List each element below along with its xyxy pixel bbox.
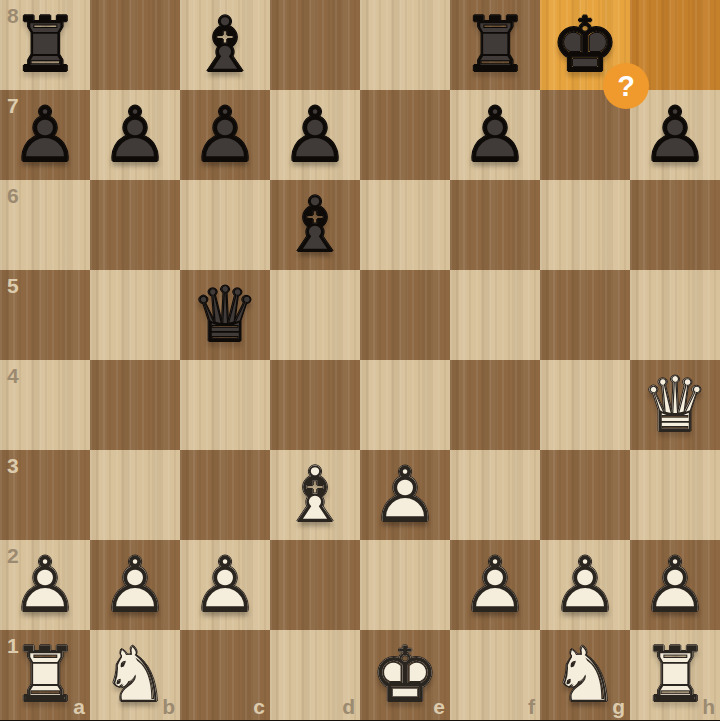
- square-e1[interactable]: e♚♔: [360, 630, 450, 720]
- mistake-badge: ?: [603, 63, 649, 109]
- piece-glyph-outline: ♗: [270, 180, 360, 270]
- white-bishop[interactable]: ♝♗: [270, 450, 360, 540]
- white-pawn[interactable]: ♟♙: [0, 540, 90, 630]
- piece-glyph-outline: ♗: [270, 450, 360, 540]
- square-h7[interactable]: ♟♙: [630, 90, 720, 180]
- square-e8[interactable]: [360, 0, 450, 90]
- piece-glyph-outline: ♖: [630, 630, 720, 720]
- piece-glyph-outline: ♙: [90, 90, 180, 180]
- square-a1[interactable]: 1a♜♖: [0, 630, 90, 720]
- square-f5[interactable]: [450, 270, 540, 360]
- black-bishop[interactable]: ♝♗: [270, 180, 360, 270]
- square-a5[interactable]: 5: [0, 270, 90, 360]
- piece-glyph-fill: ♟: [0, 90, 90, 180]
- square-c6[interactable]: [180, 180, 270, 270]
- square-b4[interactable]: [90, 360, 180, 450]
- square-f6[interactable]: [450, 180, 540, 270]
- piece-glyph-outline: ♙: [630, 90, 720, 180]
- square-e4[interactable]: [360, 360, 450, 450]
- square-h3[interactable]: [630, 450, 720, 540]
- black-pawn[interactable]: ♟♙: [90, 90, 180, 180]
- piece-glyph-fill: ♜: [450, 0, 540, 90]
- square-b3[interactable]: [90, 450, 180, 540]
- square-d3[interactable]: ♝♗: [270, 450, 360, 540]
- piece-glyph-fill: ♞: [540, 630, 630, 720]
- piece-glyph-outline: ♖: [0, 0, 90, 90]
- piece-glyph-fill: ♟: [630, 90, 720, 180]
- piece-glyph-outline: ♙: [360, 450, 450, 540]
- square-g4[interactable]: [540, 360, 630, 450]
- square-h5[interactable]: [630, 270, 720, 360]
- question-mark-icon: ?: [617, 72, 635, 101]
- file-label-d: d: [342, 696, 355, 717]
- black-pawn[interactable]: ♟♙: [0, 90, 90, 180]
- square-d5[interactable]: [270, 270, 360, 360]
- square-g1[interactable]: g♞♘: [540, 630, 630, 720]
- square-d8[interactable]: [270, 0, 360, 90]
- square-g5[interactable]: [540, 270, 630, 360]
- white-king[interactable]: ♚♔: [360, 630, 450, 720]
- black-pawn[interactable]: ♟♙: [450, 90, 540, 180]
- piece-glyph-fill: ♟: [630, 540, 720, 630]
- piece-glyph-fill: ♟: [90, 540, 180, 630]
- piece-glyph-fill: ♛: [180, 270, 270, 360]
- piece-glyph-fill: ♟: [270, 90, 360, 180]
- square-c5[interactable]: ♛♕: [180, 270, 270, 360]
- square-f1[interactable]: f: [450, 630, 540, 720]
- piece-glyph-fill: ♟: [540, 540, 630, 630]
- piece-glyph-outline: ♙: [630, 540, 720, 630]
- white-knight[interactable]: ♞♘: [540, 630, 630, 720]
- square-b6[interactable]: [90, 180, 180, 270]
- square-a3[interactable]: 3: [0, 450, 90, 540]
- piece-glyph-outline: ♔: [360, 630, 450, 720]
- piece-glyph-outline: ♗: [180, 0, 270, 90]
- piece-glyph-outline: ♙: [270, 90, 360, 180]
- square-b8[interactable]: [90, 0, 180, 90]
- white-knight[interactable]: ♞♘: [90, 630, 180, 720]
- file-label-c: c: [253, 696, 265, 717]
- white-queen[interactable]: ♛♕: [630, 360, 720, 450]
- black-pawn[interactable]: ♟♙: [270, 90, 360, 180]
- chess-board: 8♜♖♝♗♜♖♚♔7♟♙♟♙♟♙♟♙♟♙♟♙6♝♗5♛♕4♛♕3♝♗♟♙2♟♙♟…: [0, 0, 720, 720]
- square-c2[interactable]: ♟♙: [180, 540, 270, 630]
- white-pawn[interactable]: ♟♙: [450, 540, 540, 630]
- square-c3[interactable]: [180, 450, 270, 540]
- black-pawn[interactable]: ♟♙: [630, 90, 720, 180]
- piece-glyph-fill: ♞: [90, 630, 180, 720]
- piece-glyph-outline: ♙: [0, 90, 90, 180]
- piece-glyph-fill: ♟: [180, 540, 270, 630]
- square-b2[interactable]: ♟♙: [90, 540, 180, 630]
- square-e6[interactable]: [360, 180, 450, 270]
- white-pawn[interactable]: ♟♙: [180, 540, 270, 630]
- white-rook[interactable]: ♜♖: [0, 630, 90, 720]
- rank-label-6: 6: [7, 185, 19, 206]
- square-c4[interactable]: [180, 360, 270, 450]
- square-a6[interactable]: 6: [0, 180, 90, 270]
- square-h1[interactable]: h♜♖: [630, 630, 720, 720]
- square-d1[interactable]: d: [270, 630, 360, 720]
- square-d4[interactable]: [270, 360, 360, 450]
- square-e3[interactable]: ♟♙: [360, 450, 450, 540]
- piece-glyph-fill: ♟: [450, 90, 540, 180]
- piece-glyph-fill: ♜: [0, 0, 90, 90]
- square-e7[interactable]: [360, 90, 450, 180]
- square-g3[interactable]: [540, 450, 630, 540]
- piece-glyph-fill: ♝: [270, 180, 360, 270]
- rank-label-3: 3: [7, 455, 19, 476]
- piece-glyph-fill: ♚: [360, 630, 450, 720]
- white-rook[interactable]: ♜♖: [630, 630, 720, 720]
- file-label-f: f: [528, 696, 535, 717]
- square-a2[interactable]: 2♟♙: [0, 540, 90, 630]
- piece-glyph-outline: ♘: [540, 630, 630, 720]
- square-c1[interactable]: c: [180, 630, 270, 720]
- square-a8[interactable]: 8♜♖: [0, 0, 90, 90]
- white-pawn[interactable]: ♟♙: [630, 540, 720, 630]
- black-rook[interactable]: ♜♖: [0, 0, 90, 90]
- piece-glyph-fill: ♟: [450, 540, 540, 630]
- white-pawn[interactable]: ♟♙: [90, 540, 180, 630]
- square-d2[interactable]: [270, 540, 360, 630]
- piece-glyph-fill: ♛: [630, 360, 720, 450]
- square-b1[interactable]: b♞♘: [90, 630, 180, 720]
- piece-glyph-outline: ♙: [90, 540, 180, 630]
- piece-glyph-fill: ♟: [90, 90, 180, 180]
- rank-label-5: 5: [7, 275, 19, 296]
- piece-glyph-fill: ♟: [180, 90, 270, 180]
- square-h6[interactable]: [630, 180, 720, 270]
- black-pawn[interactable]: ♟♙: [180, 90, 270, 180]
- white-pawn[interactable]: ♟♙: [540, 540, 630, 630]
- square-c7[interactable]: ♟♙: [180, 90, 270, 180]
- piece-glyph-outline: ♙: [180, 90, 270, 180]
- piece-glyph-outline: ♖: [450, 0, 540, 90]
- square-f7[interactable]: ♟♙: [450, 90, 540, 180]
- piece-glyph-outline: ♙: [540, 540, 630, 630]
- piece-glyph-fill: ♝: [180, 0, 270, 90]
- square-f8[interactable]: ♜♖: [450, 0, 540, 90]
- black-queen[interactable]: ♛♕: [180, 270, 270, 360]
- square-d6[interactable]: ♝♗: [270, 180, 360, 270]
- square-h4[interactable]: ♛♕: [630, 360, 720, 450]
- black-bishop[interactable]: ♝♗: [180, 0, 270, 90]
- piece-glyph-fill: ♜: [0, 630, 90, 720]
- piece-glyph-fill: ♝: [270, 450, 360, 540]
- square-e5[interactable]: [360, 270, 450, 360]
- square-a4[interactable]: 4: [0, 360, 90, 450]
- square-f3[interactable]: [450, 450, 540, 540]
- square-c8[interactable]: ♝♗: [180, 0, 270, 90]
- square-h2[interactable]: ♟♙: [630, 540, 720, 630]
- piece-glyph-outline: ♙: [0, 540, 90, 630]
- square-f2[interactable]: ♟♙: [450, 540, 540, 630]
- square-b7[interactable]: ♟♙: [90, 90, 180, 180]
- square-f4[interactable]: [450, 360, 540, 450]
- square-d7[interactable]: ♟♙: [270, 90, 360, 180]
- piece-glyph-outline: ♙: [180, 540, 270, 630]
- square-g2[interactable]: ♟♙: [540, 540, 630, 630]
- black-rook[interactable]: ♜♖: [450, 0, 540, 90]
- piece-glyph-fill: ♟: [360, 450, 450, 540]
- white-pawn[interactable]: ♟♙: [360, 450, 450, 540]
- piece-glyph-outline: ♕: [180, 270, 270, 360]
- chess-app: 8♜♖♝♗♜♖♚♔7♟♙♟♙♟♙♟♙♟♙♟♙6♝♗5♛♕4♛♕3♝♗♟♙2♟♙♟…: [0, 0, 720, 721]
- piece-glyph-fill: ♜: [630, 630, 720, 720]
- piece-glyph-outline: ♖: [0, 630, 90, 720]
- square-a7[interactable]: 7♟♙: [0, 90, 90, 180]
- square-g6[interactable]: [540, 180, 630, 270]
- piece-glyph-outline: ♕: [630, 360, 720, 450]
- piece-glyph-outline: ♙: [450, 540, 540, 630]
- square-e2[interactable]: [360, 540, 450, 630]
- square-b5[interactable]: [90, 270, 180, 360]
- rank-label-4: 4: [7, 365, 19, 386]
- piece-glyph-outline: ♘: [90, 630, 180, 720]
- piece-glyph-fill: ♟: [0, 540, 90, 630]
- piece-glyph-outline: ♙: [450, 90, 540, 180]
